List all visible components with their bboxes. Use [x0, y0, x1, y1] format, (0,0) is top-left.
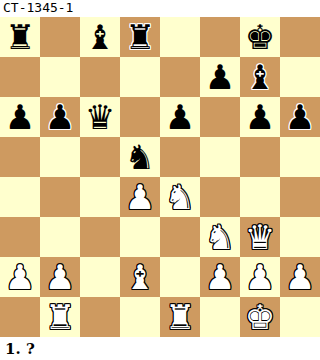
square-d4[interactable]: ♟ — [120, 177, 160, 217]
square-f1[interactable] — [200, 297, 240, 337]
piece-black-pawn[interactable]: ♟ — [45, 97, 75, 137]
square-h6[interactable]: ♟ — [280, 97, 320, 137]
piece-black-pawn[interactable]: ♟ — [5, 97, 35, 137]
chess-program-window: CT-1345-1 ♜♝♜♚♟♝♟♟♛♟♟♟♞♟♞♞♛♟♟♝♟♟♟♜♜♚ 1. … — [0, 0, 320, 360]
piece-white-queen[interactable]: ♛ — [245, 217, 275, 257]
piece-white-pawn[interactable]: ♟ — [125, 177, 155, 217]
square-f2[interactable]: ♟ — [200, 257, 240, 297]
square-d8[interactable]: ♜ — [120, 17, 160, 57]
square-f6[interactable] — [200, 97, 240, 137]
square-h4[interactable] — [280, 177, 320, 217]
square-g6[interactable]: ♟ — [240, 97, 280, 137]
square-e5[interactable] — [160, 137, 200, 177]
chess-board: ♜♝♜♚♟♝♟♟♛♟♟♟♞♟♞♞♛♟♟♝♟♟♟♜♜♚ — [0, 17, 320, 337]
piece-black-queen[interactable]: ♛ — [85, 97, 115, 137]
move-prompt: 1. ? — [0, 337, 320, 360]
square-e8[interactable] — [160, 17, 200, 57]
square-c4[interactable] — [80, 177, 120, 217]
piece-black-pawn[interactable]: ♟ — [245, 97, 275, 137]
piece-black-rook[interactable]: ♜ — [125, 17, 155, 57]
square-h5[interactable] — [280, 137, 320, 177]
square-d6[interactable] — [120, 97, 160, 137]
piece-white-knight[interactable]: ♞ — [205, 217, 235, 257]
piece-black-pawn[interactable]: ♟ — [205, 57, 235, 97]
square-c6[interactable]: ♛ — [80, 97, 120, 137]
puzzle-id: CT-1345-1 — [0, 0, 320, 17]
piece-white-pawn[interactable]: ♟ — [45, 257, 75, 297]
square-d5[interactable]: ♞ — [120, 137, 160, 177]
square-a5[interactable] — [0, 137, 40, 177]
square-a2[interactable]: ♟ — [0, 257, 40, 297]
piece-black-knight[interactable]: ♞ — [125, 137, 155, 177]
square-g8[interactable]: ♚ — [240, 17, 280, 57]
square-h2[interactable]: ♟ — [280, 257, 320, 297]
piece-white-king[interactable]: ♚ — [245, 297, 275, 337]
piece-white-pawn[interactable]: ♟ — [5, 257, 35, 297]
square-b8[interactable] — [40, 17, 80, 57]
square-d1[interactable] — [120, 297, 160, 337]
square-b3[interactable] — [40, 217, 80, 257]
square-c5[interactable] — [80, 137, 120, 177]
square-c2[interactable] — [80, 257, 120, 297]
square-a1[interactable] — [0, 297, 40, 337]
square-g4[interactable] — [240, 177, 280, 217]
square-g1[interactable]: ♚ — [240, 297, 280, 337]
square-b2[interactable]: ♟ — [40, 257, 80, 297]
piece-black-bishop[interactable]: ♝ — [85, 17, 115, 57]
square-e7[interactable] — [160, 57, 200, 97]
square-e3[interactable] — [160, 217, 200, 257]
piece-black-king[interactable]: ♚ — [245, 17, 275, 57]
square-h7[interactable] — [280, 57, 320, 97]
square-f7[interactable]: ♟ — [200, 57, 240, 97]
piece-black-pawn[interactable]: ♟ — [165, 97, 195, 137]
square-g3[interactable]: ♛ — [240, 217, 280, 257]
square-d7[interactable] — [120, 57, 160, 97]
square-f3[interactable]: ♞ — [200, 217, 240, 257]
square-b7[interactable] — [40, 57, 80, 97]
square-a8[interactable]: ♜ — [0, 17, 40, 57]
square-f8[interactable] — [200, 17, 240, 57]
piece-black-bishop[interactable]: ♝ — [245, 57, 275, 97]
square-h3[interactable] — [280, 217, 320, 257]
square-g2[interactable]: ♟ — [240, 257, 280, 297]
square-a7[interactable] — [0, 57, 40, 97]
square-h8[interactable] — [280, 17, 320, 57]
square-b5[interactable] — [40, 137, 80, 177]
square-c8[interactable]: ♝ — [80, 17, 120, 57]
square-e1[interactable]: ♜ — [160, 297, 200, 337]
square-e2[interactable] — [160, 257, 200, 297]
piece-white-pawn[interactable]: ♟ — [205, 257, 235, 297]
square-f4[interactable] — [200, 177, 240, 217]
piece-white-bishop[interactable]: ♝ — [125, 257, 155, 297]
piece-black-rook[interactable]: ♜ — [5, 17, 35, 57]
square-e4[interactable]: ♞ — [160, 177, 200, 217]
piece-white-knight[interactable]: ♞ — [165, 177, 195, 217]
square-c3[interactable] — [80, 217, 120, 257]
square-h1[interactable] — [280, 297, 320, 337]
square-a6[interactable]: ♟ — [0, 97, 40, 137]
square-c7[interactable] — [80, 57, 120, 97]
square-f5[interactable] — [200, 137, 240, 177]
square-d3[interactable] — [120, 217, 160, 257]
square-a3[interactable] — [0, 217, 40, 257]
square-c1[interactable] — [80, 297, 120, 337]
piece-white-pawn[interactable]: ♟ — [285, 257, 315, 297]
square-d2[interactable]: ♝ — [120, 257, 160, 297]
square-b4[interactable] — [40, 177, 80, 217]
piece-white-pawn[interactable]: ♟ — [245, 257, 275, 297]
piece-white-rook[interactable]: ♜ — [45, 297, 75, 337]
square-b1[interactable]: ♜ — [40, 297, 80, 337]
square-b6[interactable]: ♟ — [40, 97, 80, 137]
square-g7[interactable]: ♝ — [240, 57, 280, 97]
square-g5[interactable] — [240, 137, 280, 177]
piece-black-pawn[interactable]: ♟ — [285, 97, 315, 137]
square-a4[interactable] — [0, 177, 40, 217]
piece-white-rook[interactable]: ♜ — [165, 297, 195, 337]
square-e6[interactable]: ♟ — [160, 97, 200, 137]
